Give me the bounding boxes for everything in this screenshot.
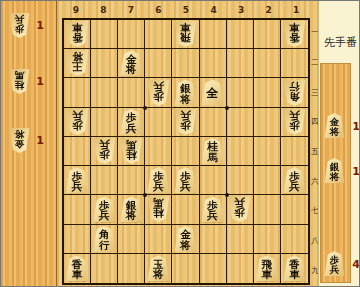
board-cell-8-6[interactable] <box>91 166 118 195</box>
piece-kanji: 歩兵 <box>99 200 110 221</box>
board-cell-8-9[interactable] <box>91 254 118 283</box>
turn-indicator-label: 先手番 <box>319 35 360 50</box>
board-cell-4-8[interactable] <box>200 225 227 254</box>
board-cell-4-2[interactable] <box>200 49 227 78</box>
piece-kanji: 銀将 <box>330 162 340 181</box>
piece-kanji: 香車 <box>72 259 83 280</box>
board-cell-7-7[interactable]: 銀将 <box>118 195 145 224</box>
shogi-piece-sente[interactable]: 角行 <box>93 226 116 252</box>
board-cell-7-9[interactable] <box>118 254 145 283</box>
piece-kanji: 金将 <box>15 130 25 149</box>
board-cell-9-9[interactable]: 香車 <box>64 254 91 283</box>
gote-hand-count: 1 <box>33 134 47 147</box>
board-cell-2-2[interactable] <box>254 49 281 78</box>
shogi-piece-gote[interactable]: 歩兵 <box>9 13 30 38</box>
board-cell-6-9[interactable]: 玉将 <box>145 254 172 283</box>
piece-kanji: 桂馬 <box>15 71 25 90</box>
shogi-piece-gote[interactable]: 飛車 <box>174 21 197 47</box>
board-cell-8-1[interactable] <box>91 20 118 49</box>
shogi-piece-sente-promoted[interactable]: 全 <box>201 80 224 106</box>
board-cell-5-4[interactable]: 歩兵 <box>172 108 199 137</box>
piece-kanji: 歩兵 <box>72 171 83 192</box>
board-cell-7-5[interactable]: 桂馬 <box>118 137 145 166</box>
board-cell-4-5[interactable]: 桂馬 <box>200 137 227 166</box>
file-label-9: 9 <box>62 4 90 17</box>
board-cell-1-9[interactable]: 香車 <box>281 254 308 283</box>
board-cell-3-8[interactable] <box>227 225 254 254</box>
board-cell-1-5[interactable] <box>281 137 308 166</box>
board-cell-9-1[interactable]: 香車 <box>64 20 91 49</box>
board-cell-9-8[interactable] <box>64 225 91 254</box>
shogi-piece-gote[interactable]: 桂馬 <box>120 138 143 164</box>
board-cell-7-2[interactable]: 金将 <box>118 49 145 78</box>
board-cell-6-6[interactable]: 歩兵 <box>145 166 172 195</box>
sente-panel: 先手番 金将1銀将1歩兵4 <box>318 1 360 287</box>
board-cell-1-1[interactable]: 香車 <box>281 20 308 49</box>
board-cell-3-3[interactable] <box>227 78 254 107</box>
shogi-piece-gote[interactable]: 王将 <box>66 50 89 76</box>
gote-hand-count: 1 <box>33 19 47 32</box>
piece-kanji: 歩兵 <box>126 112 137 133</box>
board-cell-6-8[interactable] <box>145 225 172 254</box>
board-cell-6-1[interactable] <box>145 20 172 49</box>
board-cell-3-2[interactable] <box>227 49 254 78</box>
board-cell-1-4[interactable]: 歩兵 <box>281 108 308 137</box>
piece-kanji: 桂馬 <box>153 198 164 219</box>
board-cell-6-5[interactable] <box>145 137 172 166</box>
board-cell-3-9[interactable] <box>227 254 254 283</box>
board-cell-2-5[interactable] <box>254 137 281 166</box>
piece-kanji: 角行 <box>99 229 110 250</box>
piece-kanji: 歩兵 <box>72 110 83 131</box>
board-cell-4-9[interactable] <box>200 254 227 283</box>
file-label-8: 8 <box>90 4 118 17</box>
shogi-piece-gote[interactable]: 歩兵 <box>283 109 306 135</box>
board-cell-8-3[interactable] <box>91 78 118 107</box>
piece-kanji: 香車 <box>289 23 300 44</box>
shogi-piece-sente[interactable]: 歩兵 <box>283 167 306 193</box>
star-point <box>225 193 229 197</box>
board-cell-8-7[interactable]: 歩兵 <box>91 195 118 224</box>
file-labels: 987654321 <box>62 4 310 17</box>
piece-kanji: 歩兵 <box>180 171 191 192</box>
shogi-piece-sente[interactable]: 歩兵 <box>147 167 170 193</box>
shogi-piece-sente[interactable]: 飛車 <box>255 255 278 281</box>
piece-kanji: 飛車 <box>180 23 191 44</box>
shogi-piece-sente[interactable]: 歩兵 <box>201 196 224 222</box>
board-cell-2-3[interactable] <box>254 78 281 107</box>
piece-kanji: 角行 <box>289 81 300 102</box>
board-grid: 香車飛車香車王将金将歩兵銀将全角行歩兵歩兵歩兵歩兵歩兵桂馬桂馬歩兵歩兵歩兵歩兵歩… <box>62 18 310 285</box>
board-cell-7-4[interactable]: 歩兵 <box>118 108 145 137</box>
star-point <box>143 193 147 197</box>
piece-kanji: 歩兵 <box>289 110 300 131</box>
shogi-piece-gote[interactable]: 桂馬 <box>147 196 170 222</box>
piece-kanji: 香車 <box>289 259 300 280</box>
piece-kanji: 王将 <box>72 52 83 73</box>
board-cell-9-5[interactable] <box>64 137 91 166</box>
board-cell-5-6[interactable]: 歩兵 <box>172 166 199 195</box>
board-cell-8-5[interactable]: 歩兵 <box>91 137 118 166</box>
board-cell-3-1[interactable] <box>227 20 254 49</box>
file-label-6: 6 <box>145 4 173 17</box>
piece-kanji: 歩兵 <box>330 255 340 274</box>
sente-hand-count: 1 <box>349 120 360 133</box>
piece-kanji: 金将 <box>330 117 340 136</box>
shogi-piece-sente[interactable]: 香車 <box>283 255 306 281</box>
file-label-1: 1 <box>282 4 310 17</box>
shogi-piece-gote[interactable]: 香車 <box>283 21 306 47</box>
piece-kanji: 歩兵 <box>289 171 300 192</box>
file-label-3: 3 <box>227 4 255 17</box>
board-cell-9-3[interactable] <box>64 78 91 107</box>
board-cell-3-4[interactable] <box>227 108 254 137</box>
shogi-piece-gote[interactable]: 歩兵 <box>147 80 170 106</box>
piece-kanji: 香車 <box>72 23 83 44</box>
board-cell-5-7[interactable] <box>172 195 199 224</box>
shogi-piece-sente[interactable]: 金将 <box>120 50 143 76</box>
piece-kanji: 金将 <box>126 54 137 75</box>
board-cell-8-2[interactable] <box>91 49 118 78</box>
piece-kanji: 歩兵 <box>180 110 191 131</box>
star-point <box>225 106 229 110</box>
board-cell-7-8[interactable] <box>118 225 145 254</box>
shogi-piece-sente[interactable]: 歩兵 <box>120 109 143 135</box>
board-cell-5-8[interactable]: 金将 <box>172 225 199 254</box>
board-cell-4-7[interactable]: 歩兵 <box>200 195 227 224</box>
board-cell-2-6[interactable] <box>254 166 281 195</box>
board-cell-5-3[interactable]: 銀将 <box>172 78 199 107</box>
shogi-piece-gote[interactable]: 歩兵 <box>66 109 89 135</box>
shogi-piece-gote[interactable]: 歩兵 <box>174 109 197 135</box>
board-cell-4-4[interactable] <box>200 108 227 137</box>
board-cell-4-6[interactable] <box>200 166 227 195</box>
file-label-7: 7 <box>117 4 145 17</box>
shogi-piece-gote[interactable]: 角行 <box>283 80 306 106</box>
shogi-piece-sente[interactable]: 香車 <box>66 255 89 281</box>
shogi-piece-sente[interactable]: 歩兵 <box>174 167 197 193</box>
board-cell-6-3[interactable]: 歩兵 <box>145 78 172 107</box>
piece-kanji: 金将 <box>180 229 191 250</box>
shogi-piece-gote[interactable]: 金将 <box>9 128 30 153</box>
board-cell-1-8[interactable] <box>281 225 308 254</box>
gote-hand-tray: 歩兵1桂馬1金将1 <box>1 1 57 287</box>
piece-kanji: 全 <box>207 83 219 103</box>
board-cell-6-2[interactable] <box>145 49 172 78</box>
board-cell-5-9[interactable] <box>172 254 199 283</box>
piece-kanji: 歩兵 <box>207 200 218 221</box>
shogi-piece-sente[interactable]: 桂馬 <box>201 138 224 164</box>
board-cell-8-4[interactable] <box>91 108 118 137</box>
piece-kanji: 歩兵 <box>15 15 25 34</box>
piece-kanji: 歩兵 <box>99 139 110 160</box>
board-cell-9-2[interactable]: 王将 <box>64 49 91 78</box>
piece-kanji: 銀将 <box>126 200 137 221</box>
piece-kanji: 歩兵 <box>153 171 164 192</box>
shogi-piece-sente[interactable]: 歩兵 <box>66 167 89 193</box>
board-cell-4-1[interactable] <box>200 20 227 49</box>
board-cell-3-7[interactable]: 歩兵 <box>227 195 254 224</box>
shogi-piece-sente[interactable]: 歩兵 <box>93 196 116 222</box>
piece-kanji: 歩兵 <box>153 81 164 102</box>
board-cell-2-8[interactable] <box>254 225 281 254</box>
sente-hand-count: 4 <box>349 258 360 271</box>
piece-kanji: 歩兵 <box>234 198 245 219</box>
board-cell-1-7[interactable] <box>281 195 308 224</box>
file-label-4: 4 <box>200 4 228 17</box>
shogi-piece-sente[interactable]: 玉将 <box>147 255 170 281</box>
shogi-piece-sente[interactable]: 銀将 <box>174 80 197 106</box>
file-label-5: 5 <box>172 4 200 17</box>
board-cell-3-5[interactable] <box>227 137 254 166</box>
board-cell-2-1[interactable] <box>254 20 281 49</box>
board-cell-1-2[interactable] <box>281 49 308 78</box>
board-cell-2-4[interactable] <box>254 108 281 137</box>
shogi-piece-sente[interactable]: 銀将 <box>120 196 143 222</box>
board-cell-9-4[interactable]: 歩兵 <box>64 108 91 137</box>
board-cell-1-6[interactable]: 歩兵 <box>281 166 308 195</box>
shogi-app-window: 歩兵1桂馬1金将1 987654321 香車飛車香車王将金将歩兵銀将全角行歩兵歩… <box>0 0 360 287</box>
board-cell-5-5[interactable] <box>172 137 199 166</box>
board-cell-8-8[interactable]: 角行 <box>91 225 118 254</box>
board-cell-9-6[interactable]: 歩兵 <box>64 166 91 195</box>
star-point <box>143 106 147 110</box>
piece-kanji: 玉将 <box>153 259 164 280</box>
board-cell-3-6[interactable] <box>227 166 254 195</box>
gote-hand-count: 1 <box>33 75 47 88</box>
board-cell-5-1[interactable]: 飛車 <box>172 20 199 49</box>
board-cell-7-6[interactable] <box>118 166 145 195</box>
piece-kanji: 桂馬 <box>207 141 218 162</box>
board-cell-7-1[interactable] <box>118 20 145 49</box>
board-cell-6-7[interactable]: 桂馬 <box>145 195 172 224</box>
board-cell-6-4[interactable] <box>145 108 172 137</box>
shogi-piece-sente[interactable]: 金将 <box>174 226 197 252</box>
file-label-2: 2 <box>255 4 283 17</box>
piece-kanji: 飛車 <box>261 259 272 280</box>
board-cell-4-3[interactable]: 全 <box>200 78 227 107</box>
sente-hand-count: 1 <box>349 165 360 178</box>
shogi-piece-gote[interactable]: 歩兵 <box>228 196 251 222</box>
board-cell-1-3[interactable]: 角行 <box>281 78 308 107</box>
board-cell-5-2[interactable] <box>172 49 199 78</box>
shogi-piece-gote[interactable]: 香車 <box>66 21 89 47</box>
board-panel: 987654321 香車飛車香車王将金将歩兵銀将全角行歩兵歩兵歩兵歩兵歩兵桂馬桂… <box>57 1 318 287</box>
board-cell-2-7[interactable] <box>254 195 281 224</box>
piece-kanji: 銀将 <box>180 83 191 104</box>
board-cell-9-7[interactable] <box>64 195 91 224</box>
shogi-piece-gote[interactable]: 歩兵 <box>93 138 116 164</box>
board-cell-2-9[interactable]: 飛車 <box>254 254 281 283</box>
shogi-piece-gote[interactable]: 桂馬 <box>9 69 30 94</box>
piece-kanji: 桂馬 <box>126 139 137 160</box>
board-cell-7-3[interactable] <box>118 78 145 107</box>
